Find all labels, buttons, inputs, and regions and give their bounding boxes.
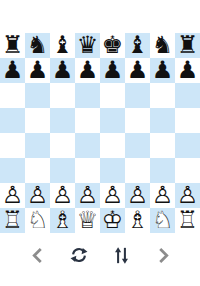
reload-position-button[interactable] (70, 246, 88, 264)
white-pawn: ♟♙ (175, 183, 200, 208)
black-pawn: ♟ (175, 58, 200, 83)
square-f8[interactable]: ♝ (125, 33, 150, 58)
white-knight: ♞♘ (150, 208, 175, 233)
square-d8[interactable]: ♛ (75, 33, 100, 58)
black-rook: ♜ (175, 33, 200, 58)
black-knight: ♞ (25, 33, 50, 58)
black-pawn: ♟ (50, 58, 75, 83)
square-b6[interactable] (25, 83, 50, 108)
black-queen: ♛ (75, 33, 100, 58)
square-d5[interactable] (75, 108, 100, 133)
square-a2[interactable]: ♟♙ (0, 183, 25, 208)
square-g4[interactable] (150, 133, 175, 158)
next-move-button[interactable] (154, 246, 172, 264)
square-e4[interactable] (100, 133, 125, 158)
square-a3[interactable] (0, 158, 25, 183)
square-a7[interactable]: ♟ (0, 58, 25, 83)
square-g1[interactable]: ♞♘ (150, 208, 175, 233)
square-a5[interactable] (0, 108, 25, 133)
white-pawn: ♟♙ (25, 183, 50, 208)
square-a6[interactable] (0, 83, 25, 108)
square-c5[interactable] (50, 108, 75, 133)
square-c6[interactable] (50, 83, 75, 108)
square-d1[interactable]: ♛♕ (75, 208, 100, 233)
square-a4[interactable] (0, 133, 25, 158)
refresh-icon (70, 246, 88, 264)
white-knight: ♞♘ (25, 208, 50, 233)
white-queen: ♛♕ (75, 208, 100, 233)
move-navigation-toolbar (0, 245, 200, 265)
black-knight: ♞ (150, 33, 175, 58)
black-pawn: ♟ (100, 58, 125, 83)
up-down-arrows-icon (113, 246, 130, 265)
square-f4[interactable] (125, 133, 150, 158)
white-rook: ♜♖ (175, 208, 200, 233)
square-g7[interactable]: ♟ (150, 58, 175, 83)
square-c4[interactable] (50, 133, 75, 158)
square-e7[interactable]: ♟ (100, 58, 125, 83)
square-g3[interactable] (150, 158, 175, 183)
square-d3[interactable] (75, 158, 100, 183)
square-h7[interactable]: ♟ (175, 58, 200, 83)
white-bishop: ♝♗ (125, 208, 150, 233)
square-h2[interactable]: ♟♙ (175, 183, 200, 208)
white-pawn: ♟♙ (125, 183, 150, 208)
square-g8[interactable]: ♞ (150, 33, 175, 58)
square-c2[interactable]: ♟♙ (50, 183, 75, 208)
square-b4[interactable] (25, 133, 50, 158)
square-g5[interactable] (150, 108, 175, 133)
square-d7[interactable]: ♟ (75, 58, 100, 83)
chevron-left-icon (31, 247, 44, 264)
black-pawn: ♟ (25, 58, 50, 83)
previous-move-button[interactable] (28, 246, 46, 264)
square-a8[interactable]: ♜ (0, 33, 25, 58)
square-g6[interactable] (150, 83, 175, 108)
black-pawn: ♟ (150, 58, 175, 83)
flip-board-button[interactable] (112, 246, 130, 264)
square-e8[interactable]: ♚ (100, 33, 125, 58)
white-pawn: ♟♙ (0, 183, 25, 208)
square-e5[interactable] (100, 108, 125, 133)
square-h4[interactable] (175, 133, 200, 158)
square-d2[interactable]: ♟♙ (75, 183, 100, 208)
white-pawn: ♟♙ (150, 183, 175, 208)
square-f6[interactable] (125, 83, 150, 108)
square-b2[interactable]: ♟♙ (25, 183, 50, 208)
black-king: ♚ (100, 33, 125, 58)
square-h8[interactable]: ♜ (175, 33, 200, 58)
square-f7[interactable]: ♟ (125, 58, 150, 83)
square-d6[interactable] (75, 83, 100, 108)
square-f2[interactable]: ♟♙ (125, 183, 150, 208)
white-rook: ♜♖ (0, 208, 25, 233)
square-h6[interactable] (175, 83, 200, 108)
square-d4[interactable] (75, 133, 100, 158)
square-f1[interactable]: ♝♗ (125, 208, 150, 233)
chess-board: ♜♞♝♛♚♝♞♜♟♟♟♟♟♟♟♟♟♙♟♙♟♙♟♙♟♙♟♙♟♙♟♙♜♖♞♘♝♗♛♕… (0, 33, 200, 233)
black-pawn: ♟ (125, 58, 150, 83)
square-g2[interactable]: ♟♙ (150, 183, 175, 208)
square-c3[interactable] (50, 158, 75, 183)
square-c1[interactable]: ♝♗ (50, 208, 75, 233)
square-h1[interactable]: ♜♖ (175, 208, 200, 233)
square-e3[interactable] (100, 158, 125, 183)
square-f5[interactable] (125, 108, 150, 133)
square-f3[interactable] (125, 158, 150, 183)
square-h5[interactable] (175, 108, 200, 133)
white-pawn: ♟♙ (75, 183, 100, 208)
black-bishop: ♝ (125, 33, 150, 58)
square-b7[interactable]: ♟ (25, 58, 50, 83)
square-e2[interactable]: ♟♙ (100, 183, 125, 208)
black-pawn: ♟ (0, 58, 25, 83)
square-e1[interactable]: ♚♔ (100, 208, 125, 233)
square-a1[interactable]: ♜♖ (0, 208, 25, 233)
white-bishop: ♝♗ (50, 208, 75, 233)
chevron-right-icon (157, 247, 170, 264)
white-pawn: ♟♙ (100, 183, 125, 208)
square-c8[interactable]: ♝ (50, 33, 75, 58)
square-b3[interactable] (25, 158, 50, 183)
square-b8[interactable]: ♞ (25, 33, 50, 58)
square-h3[interactable] (175, 158, 200, 183)
square-b1[interactable]: ♞♘ (25, 208, 50, 233)
white-pawn: ♟♙ (50, 183, 75, 208)
black-bishop: ♝ (50, 33, 75, 58)
square-c7[interactable]: ♟ (50, 58, 75, 83)
black-pawn: ♟ (75, 58, 100, 83)
square-e6[interactable] (100, 83, 125, 108)
white-king: ♚♔ (100, 208, 125, 233)
square-b5[interactable] (25, 108, 50, 133)
black-rook: ♜ (0, 33, 25, 58)
